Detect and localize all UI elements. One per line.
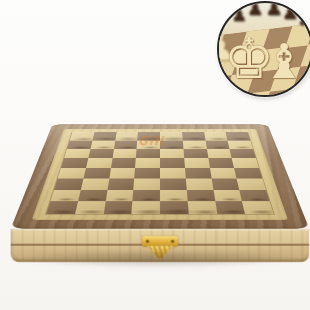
inset-black-pawn: ♟	[247, 1, 263, 18]
inset-white-bishop: ♝	[262, 37, 305, 85]
board-square	[230, 149, 256, 158]
watermark: Gili	[138, 134, 164, 148]
inset-black-pawn: ♟	[265, 1, 282, 18]
ground-shadow	[14, 252, 298, 268]
product-photo: ♜♞♝♛♚♝♞♜♟♟♟♟♟♟♟♟♟♟♟♟♟♟♟♟♜♞♝♛♚♝♞♜ Gili ♟♟…	[0, 0, 310, 310]
board-square	[64, 149, 90, 158]
clasp-plate	[142, 236, 178, 247]
inset-closeup-circle: ♟♟♟♟♟♟♚♝	[217, 1, 310, 97]
